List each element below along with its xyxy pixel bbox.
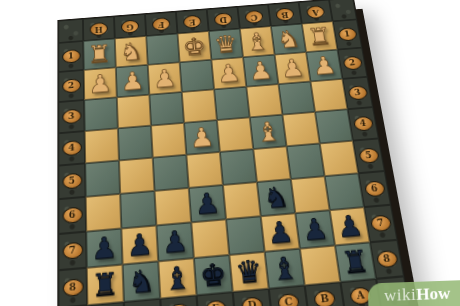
square-a8[interactable]: ♜ xyxy=(335,242,376,282)
square-c1[interactable]: ♝ xyxy=(240,26,275,57)
square-b2[interactable]: ♟ xyxy=(275,52,311,84)
file-top-label-c: C xyxy=(237,4,270,28)
square-f6[interactable] xyxy=(154,188,191,225)
file-bottom-label-b: B xyxy=(305,282,345,306)
file-top-medallion: B xyxy=(275,7,294,21)
rank-left-label-5: 5 xyxy=(58,163,85,199)
square-b4[interactable] xyxy=(282,112,319,146)
file-bottom-medallion: E xyxy=(205,299,227,306)
square-e7[interactable] xyxy=(191,219,229,258)
piece-black-rook[interactable]: ♜ xyxy=(340,243,372,282)
square-d4[interactable] xyxy=(217,117,253,152)
piece-white-rook[interactable]: ♜ xyxy=(87,39,111,70)
file-top-medallion: F xyxy=(152,17,171,31)
piece-black-pawn[interactable]: ♟ xyxy=(265,214,295,252)
rank-left-label-3: 3 xyxy=(58,100,84,133)
square-e3[interactable] xyxy=(182,89,217,122)
file-top-label-f: F xyxy=(145,12,177,36)
piece-white-pawn[interactable]: ♟ xyxy=(88,68,112,100)
square-a4[interactable] xyxy=(315,109,353,143)
file-top-label-b: B xyxy=(268,2,302,26)
file-top-label-d: D xyxy=(207,7,240,31)
piece-black-king[interactable]: ♚ xyxy=(199,255,228,295)
border-ornament xyxy=(58,19,83,43)
square-h3[interactable] xyxy=(84,97,118,131)
file-bottom-medallion: B xyxy=(313,289,336,306)
square-c2[interactable]: ♟ xyxy=(243,55,278,87)
square-f7[interactable]: ♟ xyxy=(156,222,194,261)
piece-white-pawn[interactable]: ♟ xyxy=(120,65,145,97)
square-e1[interactable]: ♚ xyxy=(178,31,212,62)
square-a1[interactable]: ♜ xyxy=(302,21,338,52)
file-top-label-h: H xyxy=(83,16,115,41)
square-b6[interactable] xyxy=(291,176,330,213)
square-b3[interactable] xyxy=(278,81,315,114)
rank-right-label-4: 4 xyxy=(347,107,378,141)
piece-white-bishop[interactable]: ♝ xyxy=(244,26,270,56)
piece-black-pawn[interactable]: ♟ xyxy=(300,211,330,249)
piece-white-pawn[interactable]: ♟ xyxy=(310,50,338,81)
square-f4[interactable] xyxy=(151,123,186,158)
file-top-medallion: G xyxy=(121,19,140,33)
square-g7[interactable]: ♟ xyxy=(121,225,158,264)
rank-right-label-1: 1 xyxy=(333,19,362,49)
square-d7[interactable] xyxy=(226,216,265,255)
square-d5[interactable] xyxy=(220,149,257,185)
square-h8[interactable]: ♜ xyxy=(87,265,124,306)
square-f2[interactable]: ♟ xyxy=(148,62,182,94)
square-d6[interactable] xyxy=(223,182,261,219)
board-frame: HGFEDCBA1♜♞♚♛♝♞♜12♟♟♟♟♟♟♟2334♟♝4556♟♞67♟… xyxy=(57,0,411,306)
square-h1[interactable]: ♜ xyxy=(83,38,115,69)
piece-white-pawn[interactable]: ♟ xyxy=(152,63,177,95)
file-top-medallion: H xyxy=(90,22,108,36)
piece-black-queen[interactable]: ♛ xyxy=(234,252,264,291)
square-h5[interactable] xyxy=(85,160,120,196)
rank-left-label-2: 2 xyxy=(58,70,84,102)
square-g8[interactable]: ♞ xyxy=(123,261,161,302)
square-a3[interactable] xyxy=(310,79,347,112)
square-g4[interactable] xyxy=(118,126,153,161)
file-top-label-g: G xyxy=(114,14,146,38)
square-c4[interactable]: ♝ xyxy=(250,115,287,149)
piece-white-queen[interactable]: ♛ xyxy=(213,29,239,59)
square-d2[interactable]: ♟ xyxy=(211,57,246,89)
file-bottom-medallion: F xyxy=(168,302,190,306)
file-top-medallion: A xyxy=(306,5,326,19)
rank-right-medallion: 3 xyxy=(347,85,368,100)
square-a7[interactable]: ♟ xyxy=(330,207,370,245)
file-top-label-e: E xyxy=(176,9,209,33)
square-e8[interactable]: ♚ xyxy=(194,255,233,295)
square-g6[interactable] xyxy=(120,191,156,229)
rank-right-label-2: 2 xyxy=(337,48,367,79)
file-top-label-a: A xyxy=(299,0,333,24)
rank-left-medallion: 7 xyxy=(62,242,83,260)
piece-black-knight[interactable]: ♞ xyxy=(261,179,290,215)
square-f5[interactable] xyxy=(153,155,189,191)
square-d8[interactable]: ♛ xyxy=(229,252,268,292)
piece-white-pawn[interactable]: ♟ xyxy=(279,52,306,83)
square-b1[interactable]: ♞ xyxy=(271,24,306,55)
square-c6[interactable]: ♞ xyxy=(257,179,295,216)
square-e6[interactable]: ♟ xyxy=(189,185,226,222)
board-scene: HGFEDCBA1♜♞♚♛♝♞♜12♟♟♟♟♟♟♟2334♟♝4556♟♞67♟… xyxy=(58,0,376,306)
square-c3[interactable] xyxy=(246,84,282,117)
square-h7[interactable]: ♟ xyxy=(86,228,122,267)
rank-left-label-1: 1 xyxy=(58,41,83,72)
rank-right-medallion: 7 xyxy=(369,214,392,232)
square-f1[interactable] xyxy=(146,34,179,65)
piece-black-bishop[interactable]: ♝ xyxy=(269,249,300,288)
rank-left-medallion: 1 xyxy=(62,49,80,64)
rank-left-label-4: 4 xyxy=(58,131,85,166)
file-bottom-medallion: D xyxy=(241,296,264,306)
rank-left-label-6: 6 xyxy=(58,197,86,234)
file-top-medallion: D xyxy=(214,12,233,26)
piece-white-rook[interactable]: ♜ xyxy=(306,22,333,52)
piece-white-king[interactable]: ♚ xyxy=(182,31,207,62)
square-a6[interactable] xyxy=(325,173,364,210)
piece-black-bishop[interactable]: ♝ xyxy=(163,259,192,299)
rank-left-medallion: 6 xyxy=(62,206,82,224)
square-c8[interactable]: ♝ xyxy=(265,249,305,289)
rank-right-label-3: 3 xyxy=(342,77,373,109)
square-a5[interactable] xyxy=(320,141,359,177)
wikihow-how-text: How xyxy=(416,284,451,304)
rank-left-medallion: 4 xyxy=(62,140,81,156)
rank-left-medallion: 8 xyxy=(62,278,83,297)
wikihow-wiki-text: wiki xyxy=(384,285,417,305)
rank-left-medallion: 5 xyxy=(62,173,82,190)
piece-black-pawn[interactable]: ♟ xyxy=(161,223,189,261)
rank-right-medallion: 5 xyxy=(358,147,380,163)
file-top-medallion: E xyxy=(183,14,202,28)
chess-board: HGFEDCBA1♜♞♚♛♝♞♜12♟♟♟♟♟♟♟2334♟♝4556♟♞67♟… xyxy=(58,0,409,306)
piece-white-pawn[interactable]: ♟ xyxy=(216,57,242,88)
square-f3[interactable] xyxy=(149,92,184,126)
square-a2[interactable]: ♟ xyxy=(306,50,342,82)
square-e5[interactable] xyxy=(186,152,223,188)
rank-right-medallion: 8 xyxy=(375,250,398,268)
square-h4[interactable] xyxy=(85,128,119,163)
file-bottom-label-c: C xyxy=(269,285,309,306)
file-bottom-medallion: C xyxy=(277,292,300,306)
piece-black-knight[interactable]: ♞ xyxy=(127,262,155,302)
wikihow-watermark: wikiHow xyxy=(367,280,460,306)
square-d1[interactable]: ♛ xyxy=(209,29,243,60)
piece-black-pawn[interactable]: ♟ xyxy=(334,208,365,245)
piece-black-pawn[interactable]: ♟ xyxy=(193,185,221,222)
square-d3[interactable] xyxy=(214,87,250,120)
square-h6[interactable] xyxy=(86,194,122,232)
rank-right-medallion: 4 xyxy=(352,116,373,132)
square-g3[interactable] xyxy=(117,95,151,129)
piece-white-pawn[interactable]: ♟ xyxy=(188,120,215,154)
piece-black-pawn[interactable]: ♟ xyxy=(91,229,118,267)
piece-white-pawn[interactable]: ♟ xyxy=(247,55,274,86)
piece-white-knight[interactable]: ♞ xyxy=(119,36,144,67)
square-g1[interactable]: ♞ xyxy=(115,36,148,67)
piece-white-bishop[interactable]: ♝ xyxy=(254,115,282,149)
square-c5[interactable] xyxy=(253,146,291,182)
rank-right-medallion: 2 xyxy=(342,56,363,71)
square-c7[interactable]: ♟ xyxy=(261,213,300,252)
file-top-medallion: C xyxy=(244,9,263,23)
piece-white-knight[interactable]: ♞ xyxy=(275,24,302,54)
square-b8[interactable] xyxy=(300,245,341,285)
rank-left-label-7: 7 xyxy=(58,232,86,271)
square-h2[interactable]: ♟ xyxy=(84,67,117,100)
square-g2[interactable]: ♟ xyxy=(116,65,150,97)
square-e2[interactable] xyxy=(180,60,214,92)
piece-black-pawn[interactable]: ♟ xyxy=(126,226,154,264)
rank-right-medallion: 6 xyxy=(363,180,385,197)
rank-left-label-8: 8 xyxy=(58,268,87,306)
rank-left-medallion: 2 xyxy=(62,78,81,93)
rank-right-medallion: 1 xyxy=(337,27,357,41)
square-e4[interactable]: ♟ xyxy=(184,120,220,155)
border-ornament xyxy=(329,0,357,21)
rank-left-medallion: 3 xyxy=(62,109,81,125)
piece-black-rook[interactable]: ♜ xyxy=(91,265,118,305)
square-b7[interactable]: ♟ xyxy=(295,210,335,248)
square-g5[interactable] xyxy=(119,158,155,194)
photo-canvas: HGFEDCBA1♜♞♚♛♝♞♜12♟♟♟♟♟♟♟2334♟♝4556♟♞67♟… xyxy=(0,0,460,306)
square-b5[interactable] xyxy=(287,143,325,179)
square-f8[interactable]: ♝ xyxy=(158,258,196,299)
